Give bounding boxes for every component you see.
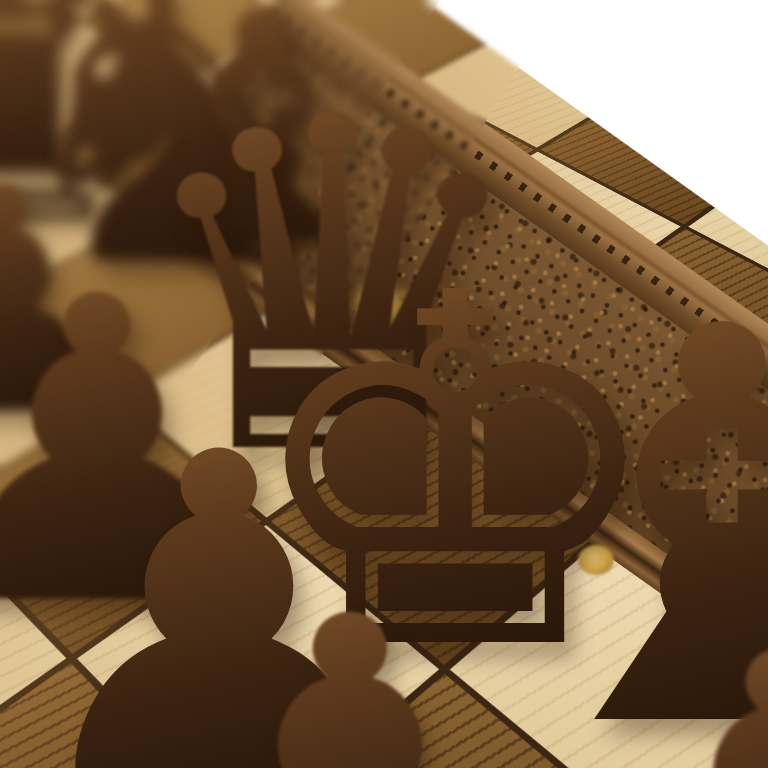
chess-set-photo: ♜♞♝♛♟♟♚♟♝♟♟ xyxy=(0,0,768,768)
piece-pawn-e7-glyph: ♟ xyxy=(587,598,768,768)
piece-pawn-d7-glyph: ♟ xyxy=(142,558,559,768)
